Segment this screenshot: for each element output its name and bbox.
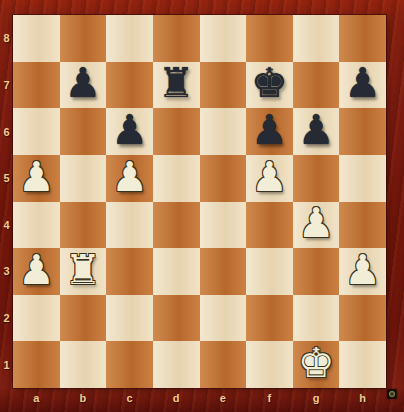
square-c1[interactable]	[106, 341, 153, 388]
piece-white-pawn[interactable]: ♟	[18, 250, 55, 291]
square-h2[interactable]	[339, 295, 386, 342]
square-c6[interactable]: ♟	[106, 108, 153, 155]
square-h5[interactable]	[339, 155, 386, 202]
square-e2[interactable]	[200, 295, 247, 342]
square-a2[interactable]	[13, 295, 60, 342]
square-b1[interactable]	[60, 341, 107, 388]
square-c3[interactable]	[106, 248, 153, 295]
square-f6[interactable]: ♟	[246, 108, 293, 155]
square-g1[interactable]: ♚	[293, 341, 340, 388]
square-h4[interactable]	[339, 202, 386, 249]
square-e5[interactable]	[200, 155, 247, 202]
square-g8[interactable]	[293, 15, 340, 62]
rank-label-7: 7	[0, 62, 13, 109]
square-a8[interactable]	[13, 15, 60, 62]
square-e8[interactable]	[200, 15, 247, 62]
square-c5[interactable]: ♟	[106, 155, 153, 202]
square-f4[interactable]	[246, 202, 293, 249]
square-b4[interactable]	[60, 202, 107, 249]
square-c7[interactable]	[106, 62, 153, 109]
board-menu-button[interactable]	[387, 389, 397, 399]
square-b3[interactable]: ♜	[60, 248, 107, 295]
square-e6[interactable]	[200, 108, 247, 155]
square-b6[interactable]	[60, 108, 107, 155]
square-f3[interactable]	[246, 248, 293, 295]
piece-black-pawn[interactable]: ♟	[298, 110, 335, 151]
square-g4[interactable]: ♟	[293, 202, 340, 249]
piece-black-king[interactable]: ♚	[251, 63, 288, 104]
square-e3[interactable]	[200, 248, 247, 295]
square-g3[interactable]	[293, 248, 340, 295]
square-a5[interactable]: ♟	[13, 155, 60, 202]
piece-white-pawn[interactable]: ♟	[344, 250, 381, 291]
rank-label-1: 1	[0, 341, 13, 388]
piece-black-pawn[interactable]: ♟	[111, 110, 148, 151]
piece-white-pawn[interactable]: ♟	[251, 157, 288, 198]
square-d1[interactable]	[153, 341, 200, 388]
file-label-h: h	[339, 387, 386, 408]
dot-icon	[389, 391, 395, 397]
rank-label-6: 6	[0, 108, 13, 155]
file-labels: abcdefgh	[13, 387, 386, 408]
square-a4[interactable]	[13, 202, 60, 249]
square-e1[interactable]	[200, 341, 247, 388]
square-a6[interactable]	[13, 108, 60, 155]
square-g2[interactable]	[293, 295, 340, 342]
square-h6[interactable]	[339, 108, 386, 155]
square-a7[interactable]	[13, 62, 60, 109]
file-label-d: d	[153, 387, 200, 408]
rank-label-8: 8	[0, 15, 13, 62]
piece-black-pawn[interactable]: ♟	[65, 63, 102, 104]
square-f8[interactable]	[246, 15, 293, 62]
square-f7[interactable]: ♚	[246, 62, 293, 109]
file-label-e: e	[200, 387, 247, 408]
file-label-c: c	[106, 387, 153, 408]
square-d4[interactable]	[153, 202, 200, 249]
piece-white-pawn[interactable]: ♟	[298, 203, 335, 244]
square-d2[interactable]	[153, 295, 200, 342]
square-e7[interactable]	[200, 62, 247, 109]
square-c8[interactable]	[106, 15, 153, 62]
square-f1[interactable]	[246, 341, 293, 388]
rank-label-2: 2	[0, 295, 13, 342]
square-g6[interactable]: ♟	[293, 108, 340, 155]
piece-white-pawn[interactable]: ♟	[111, 157, 148, 198]
rank-labels: 87654321	[0, 15, 13, 388]
rank-label-3: 3	[0, 248, 13, 295]
square-h1[interactable]	[339, 341, 386, 388]
square-c2[interactable]	[106, 295, 153, 342]
square-b5[interactable]	[60, 155, 107, 202]
piece-white-king[interactable]: ♚	[298, 343, 335, 384]
square-a3[interactable]: ♟	[13, 248, 60, 295]
piece-black-pawn[interactable]: ♟	[344, 63, 381, 104]
square-f5[interactable]: ♟	[246, 155, 293, 202]
file-label-f: f	[246, 387, 293, 408]
rank-label-5: 5	[0, 155, 13, 202]
square-e4[interactable]	[200, 202, 247, 249]
piece-white-pawn[interactable]: ♟	[18, 157, 55, 198]
square-d6[interactable]	[153, 108, 200, 155]
square-b8[interactable]	[60, 15, 107, 62]
square-b7[interactable]: ♟	[60, 62, 107, 109]
piece-white-rook[interactable]: ♜	[65, 250, 102, 291]
file-label-g: g	[293, 387, 340, 408]
square-d7[interactable]: ♜	[153, 62, 200, 109]
piece-black-rook[interactable]: ♜	[158, 63, 195, 104]
file-label-b: b	[60, 387, 107, 408]
chess-board-widget: 87654321 ♟♜♚♟♟♟♟♟♟♟♟♟♜♟♚ abcdefgh	[0, 0, 404, 412]
square-b2[interactable]	[60, 295, 107, 342]
square-d8[interactable]	[153, 15, 200, 62]
piece-black-pawn[interactable]: ♟	[251, 110, 288, 151]
file-label-a: a	[13, 387, 60, 408]
square-h7[interactable]: ♟	[339, 62, 386, 109]
rank-label-4: 4	[0, 202, 13, 249]
square-f2[interactable]	[246, 295, 293, 342]
square-g5[interactable]	[293, 155, 340, 202]
square-c4[interactable]	[106, 202, 153, 249]
square-d3[interactable]	[153, 248, 200, 295]
square-g7[interactable]	[293, 62, 340, 109]
square-h8[interactable]	[339, 15, 386, 62]
square-a1[interactable]	[13, 341, 60, 388]
chess-board[interactable]: ♟♜♚♟♟♟♟♟♟♟♟♟♜♟♚	[13, 15, 386, 388]
square-h3[interactable]: ♟	[339, 248, 386, 295]
square-d5[interactable]	[153, 155, 200, 202]
